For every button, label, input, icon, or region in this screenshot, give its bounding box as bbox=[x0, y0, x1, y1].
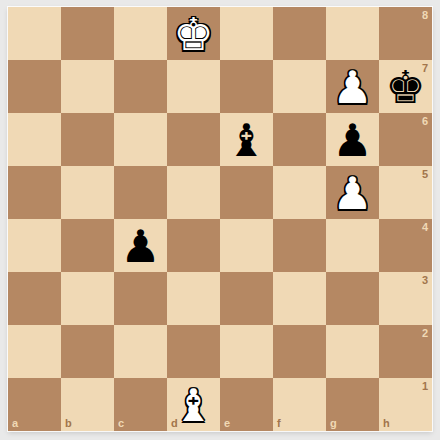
square-g5[interactable]: ♟ bbox=[326, 166, 379, 219]
square-h8[interactable]: 8 bbox=[379, 7, 432, 60]
square-g6[interactable]: ♟ bbox=[326, 113, 379, 166]
square-f8[interactable] bbox=[273, 7, 326, 60]
square-c5[interactable] bbox=[114, 166, 167, 219]
square-f3[interactable] bbox=[273, 272, 326, 325]
piece-white-king-d8[interactable]: ♚ bbox=[173, 12, 213, 57]
file-label-e: e bbox=[224, 418, 230, 429]
square-c8[interactable] bbox=[114, 7, 167, 60]
square-b2[interactable] bbox=[61, 325, 114, 378]
piece-white-bishop-d1[interactable]: ♝ bbox=[173, 383, 213, 428]
square-g8[interactable] bbox=[326, 7, 379, 60]
square-b3[interactable] bbox=[61, 272, 114, 325]
square-c7[interactable] bbox=[114, 60, 167, 113]
rank-label-3: 3 bbox=[422, 275, 428, 286]
page: ♚8♟7♚♝♟6♟5♟432abcd♝efg1h bbox=[0, 0, 440, 440]
square-d1[interactable]: d♝ bbox=[167, 378, 220, 431]
square-d2[interactable] bbox=[167, 325, 220, 378]
file-label-b: b bbox=[65, 418, 72, 429]
square-f7[interactable] bbox=[273, 60, 326, 113]
piece-black-pawn-c4[interactable]: ♟ bbox=[120, 224, 160, 269]
piece-black-bishop-e6[interactable]: ♝ bbox=[226, 118, 266, 163]
file-label-a: a bbox=[12, 418, 18, 429]
square-e8[interactable] bbox=[220, 7, 273, 60]
file-label-c: c bbox=[118, 418, 124, 429]
square-c1[interactable]: c bbox=[114, 378, 167, 431]
square-e7[interactable] bbox=[220, 60, 273, 113]
piece-white-pawn-g7[interactable]: ♟ bbox=[332, 65, 372, 110]
file-label-f: f bbox=[277, 418, 281, 429]
square-g7[interactable]: ♟ bbox=[326, 60, 379, 113]
chess-board-frame: ♚8♟7♚♝♟6♟5♟432abcd♝efg1h bbox=[8, 7, 432, 431]
square-h5[interactable]: 5 bbox=[379, 166, 432, 219]
square-f6[interactable] bbox=[273, 113, 326, 166]
square-a7[interactable] bbox=[8, 60, 61, 113]
square-e5[interactable] bbox=[220, 166, 273, 219]
piece-white-pawn-g5[interactable]: ♟ bbox=[332, 171, 372, 216]
piece-black-pawn-g6[interactable]: ♟ bbox=[332, 118, 372, 163]
rank-label-8: 8 bbox=[422, 10, 428, 21]
square-b4[interactable] bbox=[61, 219, 114, 272]
square-e2[interactable] bbox=[220, 325, 273, 378]
square-f2[interactable] bbox=[273, 325, 326, 378]
file-label-g: g bbox=[330, 418, 337, 429]
square-c6[interactable] bbox=[114, 113, 167, 166]
square-d4[interactable] bbox=[167, 219, 220, 272]
square-a3[interactable] bbox=[8, 272, 61, 325]
rank-label-6: 6 bbox=[422, 116, 428, 127]
square-g2[interactable] bbox=[326, 325, 379, 378]
rank-label-2: 2 bbox=[422, 328, 428, 339]
square-e4[interactable] bbox=[220, 219, 273, 272]
square-f4[interactable] bbox=[273, 219, 326, 272]
square-b8[interactable] bbox=[61, 7, 114, 60]
square-f5[interactable] bbox=[273, 166, 326, 219]
rank-label-1: 1 bbox=[422, 381, 428, 392]
square-d7[interactable] bbox=[167, 60, 220, 113]
square-a2[interactable] bbox=[8, 325, 61, 378]
square-a5[interactable] bbox=[8, 166, 61, 219]
square-c4[interactable]: ♟ bbox=[114, 219, 167, 272]
square-b7[interactable] bbox=[61, 60, 114, 113]
square-g3[interactable] bbox=[326, 272, 379, 325]
square-a1[interactable]: a bbox=[8, 378, 61, 431]
square-b5[interactable] bbox=[61, 166, 114, 219]
square-c3[interactable] bbox=[114, 272, 167, 325]
square-d3[interactable] bbox=[167, 272, 220, 325]
square-h6[interactable]: 6 bbox=[379, 113, 432, 166]
file-label-h: h bbox=[383, 418, 390, 429]
square-a8[interactable] bbox=[8, 7, 61, 60]
square-a6[interactable] bbox=[8, 113, 61, 166]
square-b6[interactable] bbox=[61, 113, 114, 166]
square-d8[interactable]: ♚ bbox=[167, 7, 220, 60]
square-d5[interactable] bbox=[167, 166, 220, 219]
chess-board: ♚8♟7♚♝♟6♟5♟432abcd♝efg1h bbox=[8, 7, 432, 431]
square-e1[interactable]: e bbox=[220, 378, 273, 431]
square-g4[interactable] bbox=[326, 219, 379, 272]
square-f1[interactable]: f bbox=[273, 378, 326, 431]
rank-label-4: 4 bbox=[422, 222, 428, 233]
square-g1[interactable]: g bbox=[326, 378, 379, 431]
square-d6[interactable] bbox=[167, 113, 220, 166]
square-a4[interactable] bbox=[8, 219, 61, 272]
square-h1[interactable]: 1h bbox=[379, 378, 432, 431]
square-b1[interactable]: b bbox=[61, 378, 114, 431]
square-c2[interactable] bbox=[114, 325, 167, 378]
rank-label-5: 5 bbox=[422, 169, 428, 180]
square-h2[interactable]: 2 bbox=[379, 325, 432, 378]
square-h4[interactable]: 4 bbox=[379, 219, 432, 272]
square-e6[interactable]: ♝ bbox=[220, 113, 273, 166]
square-h3[interactable]: 3 bbox=[379, 272, 432, 325]
square-h7[interactable]: 7♚ bbox=[379, 60, 432, 113]
square-e3[interactable] bbox=[220, 272, 273, 325]
piece-black-king-h7[interactable]: ♚ bbox=[385, 65, 425, 110]
